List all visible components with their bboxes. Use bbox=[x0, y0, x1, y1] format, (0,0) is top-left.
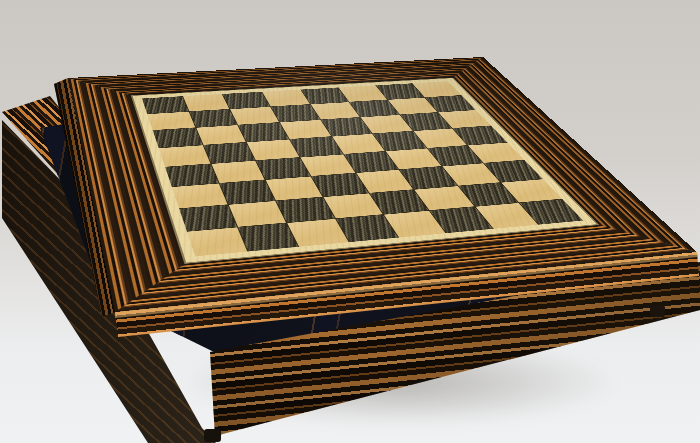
chest-foot-right bbox=[650, 305, 665, 317]
square-r8c1 bbox=[187, 228, 247, 257]
chest-foot-left bbox=[204, 429, 221, 442]
product-photo-scene bbox=[0, 0, 700, 443]
